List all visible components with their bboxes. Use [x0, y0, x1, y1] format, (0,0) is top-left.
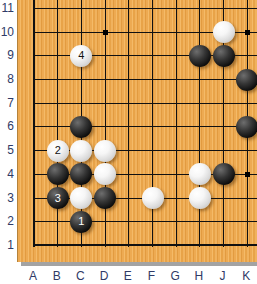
row-label: 7	[0, 96, 14, 111]
stone-move-number: 2	[55, 145, 61, 156]
stone-move-number: 4	[78, 50, 84, 61]
stone-black[interactable]: 1	[70, 211, 92, 233]
stone-black[interactable]	[47, 163, 69, 185]
column-label: B	[48, 269, 66, 284]
column-label: C	[71, 269, 89, 284]
grid-line-horizontal	[33, 244, 257, 246]
row-label: 8	[0, 72, 14, 87]
stone-black[interactable]	[236, 69, 257, 91]
column-label: F	[143, 269, 161, 284]
row-label: 6	[0, 119, 14, 134]
stone-white[interactable]: 4	[70, 45, 92, 67]
stone-move-number: 1	[78, 216, 84, 227]
grid-line-vertical	[199, 0, 200, 247]
grid-line-vertical	[105, 0, 106, 247]
column-label: A	[24, 269, 42, 284]
go-board[interactable]: 4231	[17, 0, 257, 262]
stone-white[interactable]: 2	[47, 140, 69, 162]
column-label: K	[237, 269, 255, 284]
row-label: 1	[0, 238, 14, 253]
column-label: D	[95, 269, 113, 284]
grid-line-horizontal	[33, 221, 257, 222]
stone-white[interactable]	[94, 163, 116, 185]
board-bottom-shadow	[21, 262, 257, 266]
grid-line-vertical	[176, 0, 177, 247]
stone-white[interactable]	[142, 187, 164, 209]
grid-line-horizontal	[33, 79, 257, 80]
grid-line-vertical	[33, 0, 35, 247]
row-label: 3	[0, 191, 14, 206]
stone-black[interactable]	[213, 45, 235, 67]
column-label: J	[214, 269, 232, 284]
grid-line-horizontal	[33, 103, 257, 104]
stone-move-number: 3	[55, 193, 61, 204]
star-point	[245, 172, 250, 177]
stone-white[interactable]	[189, 187, 211, 209]
star-point	[103, 30, 108, 35]
stone-black[interactable]	[70, 116, 92, 138]
row-label: 10	[0, 25, 14, 40]
grid-line-horizontal	[33, 126, 257, 127]
column-label: H	[190, 269, 208, 284]
row-label: 11	[0, 1, 14, 16]
row-label: 4	[0, 167, 14, 182]
stone-black[interactable]: 3	[47, 187, 69, 209]
stone-black[interactable]	[236, 116, 257, 138]
row-label: 9	[0, 48, 14, 63]
row-label: 2	[0, 214, 14, 229]
grid-line-horizontal	[33, 8, 257, 9]
column-label: G	[166, 269, 184, 284]
go-board-screen: 4231 1110987654321ABCDEFGHJK	[0, 0, 257, 284]
grid-line-vertical	[152, 0, 153, 247]
stone-white[interactable]	[189, 163, 211, 185]
stone-black[interactable]	[70, 163, 92, 185]
stone-white[interactable]	[70, 140, 92, 162]
stone-white[interactable]	[70, 187, 92, 209]
stone-white[interactable]	[213, 21, 235, 43]
column-label: E	[119, 269, 137, 284]
stone-black[interactable]	[94, 187, 116, 209]
stone-black[interactable]	[189, 45, 211, 67]
grid-line-vertical	[128, 0, 129, 247]
grid-line-vertical	[57, 0, 58, 247]
stone-white[interactable]	[94, 140, 116, 162]
row-label: 5	[0, 143, 14, 158]
stone-black[interactable]	[213, 163, 235, 185]
star-point	[245, 30, 250, 35]
